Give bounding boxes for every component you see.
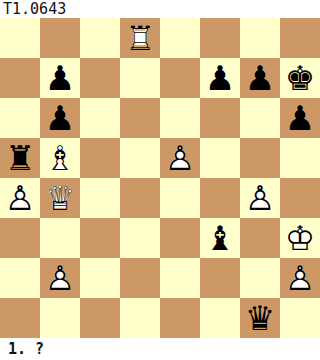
square-f3[interactable]: ♝	[200, 218, 240, 258]
square-b8[interactable]	[40, 18, 80, 58]
square-b3[interactable]	[40, 218, 80, 258]
black-pawn: ♟	[280, 98, 320, 138]
square-e4[interactable]	[160, 178, 200, 218]
square-b7[interactable]: ♟	[40, 58, 80, 98]
piece-outline: ♙	[280, 258, 320, 298]
square-a8[interactable]	[0, 18, 40, 58]
square-b5[interactable]: ♝♗	[40, 138, 80, 178]
puzzle-id: T1.0643	[3, 0, 66, 18]
square-a2[interactable]	[0, 258, 40, 298]
square-a1[interactable]	[0, 298, 40, 338]
square-d6[interactable]	[120, 98, 160, 138]
square-c7[interactable]	[80, 58, 120, 98]
square-c3[interactable]	[80, 218, 120, 258]
white-king: ♚♔	[280, 218, 320, 258]
piece-outline: ♙	[0, 178, 40, 218]
square-d3[interactable]	[120, 218, 160, 258]
square-d5[interactable]	[120, 138, 160, 178]
white-pawn: ♟♙	[160, 138, 200, 178]
square-f6[interactable]	[200, 98, 240, 138]
white-pawn: ♟♙	[280, 258, 320, 298]
square-h7[interactable]: ♚	[280, 58, 320, 98]
square-h2[interactable]: ♟♙	[280, 258, 320, 298]
square-c6[interactable]	[80, 98, 120, 138]
move-prompt: 1. ?	[8, 338, 44, 360]
square-c2[interactable]	[80, 258, 120, 298]
square-f1[interactable]	[200, 298, 240, 338]
piece-outline: ♙	[40, 258, 80, 298]
black-pawn: ♟	[40, 98, 80, 138]
square-h1[interactable]	[280, 298, 320, 338]
square-g3[interactable]	[240, 218, 280, 258]
square-f5[interactable]	[200, 138, 240, 178]
square-f7[interactable]: ♟	[200, 58, 240, 98]
square-a4[interactable]: ♟♙	[0, 178, 40, 218]
chess-puzzle-app: T1.0643 ♜♖♟♟♟♚♟♟♜♝♗♟♙♟♙♛♕♟♙♝♚♔♟♙♟♙♛ 1. ?	[0, 0, 320, 360]
piece-outline: ♗	[40, 138, 80, 178]
square-g6[interactable]	[240, 98, 280, 138]
white-queen: ♛♕	[40, 178, 80, 218]
square-b6[interactable]: ♟	[40, 98, 80, 138]
square-b2[interactable]: ♟♙	[40, 258, 80, 298]
square-e2[interactable]	[160, 258, 200, 298]
square-f2[interactable]	[200, 258, 240, 298]
square-e3[interactable]	[160, 218, 200, 258]
square-g1[interactable]: ♛	[240, 298, 280, 338]
black-king: ♚	[280, 58, 320, 98]
white-pawn: ♟♙	[40, 258, 80, 298]
square-d7[interactable]	[120, 58, 160, 98]
square-e1[interactable]	[160, 298, 200, 338]
square-e5[interactable]: ♟♙	[160, 138, 200, 178]
chess-board: ♜♖♟♟♟♚♟♟♜♝♗♟♙♟♙♛♕♟♙♝♚♔♟♙♟♙♛	[0, 18, 320, 338]
square-e7[interactable]	[160, 58, 200, 98]
piece-outline: ♙	[240, 178, 280, 218]
square-g8[interactable]	[240, 18, 280, 58]
square-h5[interactable]	[280, 138, 320, 178]
square-a5[interactable]: ♜	[0, 138, 40, 178]
square-b4[interactable]: ♛♕	[40, 178, 80, 218]
square-d4[interactable]	[120, 178, 160, 218]
square-a6[interactable]	[0, 98, 40, 138]
black-queen: ♛	[240, 298, 280, 338]
white-bishop: ♝♗	[40, 138, 80, 178]
square-e8[interactable]	[160, 18, 200, 58]
square-d1[interactable]	[120, 298, 160, 338]
black-pawn: ♟	[200, 58, 240, 98]
white-pawn: ♟♙	[240, 178, 280, 218]
square-d2[interactable]	[120, 258, 160, 298]
piece-outline: ♕	[40, 178, 80, 218]
black-pawn: ♟	[240, 58, 280, 98]
title-bar: T1.0643	[0, 0, 320, 18]
square-c1[interactable]	[80, 298, 120, 338]
square-h8[interactable]	[280, 18, 320, 58]
square-a3[interactable]	[0, 218, 40, 258]
square-g4[interactable]: ♟♙	[240, 178, 280, 218]
square-e6[interactable]	[160, 98, 200, 138]
square-h3[interactable]: ♚♔	[280, 218, 320, 258]
piece-outline: ♖	[120, 18, 160, 58]
piece-outline: ♙	[160, 138, 200, 178]
square-c8[interactable]	[80, 18, 120, 58]
square-g7[interactable]: ♟	[240, 58, 280, 98]
black-pawn: ♟	[40, 58, 80, 98]
square-c5[interactable]	[80, 138, 120, 178]
piece-outline: ♔	[280, 218, 320, 258]
square-g2[interactable]	[240, 258, 280, 298]
square-d8[interactable]: ♜♖	[120, 18, 160, 58]
black-rook: ♜	[0, 138, 40, 178]
black-bishop: ♝	[200, 218, 240, 258]
square-h4[interactable]	[280, 178, 320, 218]
square-b1[interactable]	[40, 298, 80, 338]
square-h6[interactable]: ♟	[280, 98, 320, 138]
white-rook: ♜♖	[120, 18, 160, 58]
square-g5[interactable]	[240, 138, 280, 178]
square-a7[interactable]	[0, 58, 40, 98]
square-c4[interactable]	[80, 178, 120, 218]
white-pawn: ♟♙	[0, 178, 40, 218]
square-f8[interactable]	[200, 18, 240, 58]
square-f4[interactable]	[200, 178, 240, 218]
status-bar: 1. ?	[0, 338, 320, 360]
